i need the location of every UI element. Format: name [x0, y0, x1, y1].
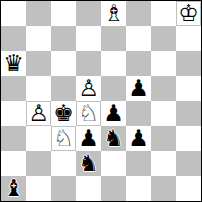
- square-d6[interactable]: [76, 51, 101, 76]
- black-pawn[interactable]: ♟: [78, 127, 99, 150]
- square-d3[interactable]: ♟: [76, 126, 101, 151]
- square-g8[interactable]: [151, 1, 176, 26]
- square-e1[interactable]: [101, 176, 126, 201]
- square-b8[interactable]: [26, 1, 51, 26]
- square-a1[interactable]: ♝: [1, 176, 26, 201]
- square-e8[interactable]: ♗: [101, 1, 126, 26]
- square-a2[interactable]: [1, 151, 26, 176]
- square-b3[interactable]: [26, 126, 51, 151]
- black-knight[interactable]: ♞: [78, 152, 99, 175]
- square-c4[interactable]: ♚: [51, 101, 76, 126]
- square-c1[interactable]: [51, 176, 76, 201]
- square-d4[interactable]: ♘: [76, 101, 101, 126]
- white-pawn[interactable]: ♙: [77, 77, 100, 100]
- square-e6[interactable]: [101, 51, 126, 76]
- square-c6[interactable]: [51, 51, 76, 76]
- square-b5[interactable]: [26, 76, 51, 101]
- square-a7[interactable]: [1, 26, 26, 51]
- black-pawn[interactable]: ♟: [128, 77, 149, 100]
- square-f1[interactable]: [126, 176, 151, 201]
- black-bishop[interactable]: ♝: [3, 177, 24, 200]
- square-f6[interactable]: [126, 51, 151, 76]
- square-b7[interactable]: [26, 26, 51, 51]
- square-a5[interactable]: [1, 76, 26, 101]
- square-e7[interactable]: [101, 26, 126, 51]
- square-f8[interactable]: [126, 1, 151, 26]
- square-b6[interactable]: [26, 51, 51, 76]
- black-queen[interactable]: ♛: [3, 52, 24, 75]
- square-a4[interactable]: [1, 101, 26, 126]
- square-f7[interactable]: [126, 26, 151, 51]
- black-pawn[interactable]: ♟: [103, 102, 124, 125]
- square-g2[interactable]: [151, 151, 176, 176]
- square-a6[interactable]: ♛: [1, 51, 26, 76]
- square-h1[interactable]: [176, 176, 201, 201]
- square-f4[interactable]: [126, 101, 151, 126]
- square-e3[interactable]: ♞: [101, 126, 126, 151]
- square-b2[interactable]: [26, 151, 51, 176]
- white-knight[interactable]: ♘: [77, 102, 100, 125]
- white-king[interactable]: ♔: [177, 2, 200, 25]
- square-c8[interactable]: [51, 1, 76, 26]
- square-c5[interactable]: [51, 76, 76, 101]
- square-h3[interactable]: [176, 126, 201, 151]
- square-g3[interactable]: [151, 126, 176, 151]
- square-b1[interactable]: [26, 176, 51, 201]
- square-g4[interactable]: [151, 101, 176, 126]
- square-g5[interactable]: [151, 76, 176, 101]
- square-e2[interactable]: [101, 151, 126, 176]
- square-h5[interactable]: [176, 76, 201, 101]
- square-c3[interactable]: ♘: [51, 126, 76, 151]
- square-e4[interactable]: ♟: [101, 101, 126, 126]
- black-king[interactable]: ♚: [53, 102, 74, 125]
- square-g6[interactable]: [151, 51, 176, 76]
- square-d8[interactable]: [76, 1, 101, 26]
- square-a3[interactable]: [1, 126, 26, 151]
- square-h7[interactable]: [176, 26, 201, 51]
- square-f5[interactable]: ♟: [126, 76, 151, 101]
- white-knight[interactable]: ♘: [52, 127, 75, 150]
- square-h2[interactable]: [176, 151, 201, 176]
- square-d5[interactable]: ♙: [76, 76, 101, 101]
- square-b4[interactable]: ♙: [26, 101, 51, 126]
- square-c7[interactable]: [51, 26, 76, 51]
- square-c2[interactable]: [51, 151, 76, 176]
- white-bishop[interactable]: ♗: [102, 2, 125, 25]
- square-g7[interactable]: [151, 26, 176, 51]
- chess-board: ♗♔♛♙♟♙♚♘♟♘♟♞♟♞♝: [0, 0, 202, 202]
- square-h6[interactable]: [176, 51, 201, 76]
- square-h4[interactable]: [176, 101, 201, 126]
- square-d1[interactable]: [76, 176, 101, 201]
- square-g1[interactable]: [151, 176, 176, 201]
- square-d2[interactable]: ♞: [76, 151, 101, 176]
- square-h8[interactable]: ♔: [176, 1, 201, 26]
- square-e5[interactable]: [101, 76, 126, 101]
- black-knight[interactable]: ♞: [103, 127, 124, 150]
- square-d7[interactable]: [76, 26, 101, 51]
- square-f3[interactable]: ♟: [126, 126, 151, 151]
- black-pawn[interactable]: ♟: [128, 127, 149, 150]
- white-pawn[interactable]: ♙: [27, 102, 50, 125]
- square-f2[interactable]: [126, 151, 151, 176]
- square-a8[interactable]: [1, 1, 26, 26]
